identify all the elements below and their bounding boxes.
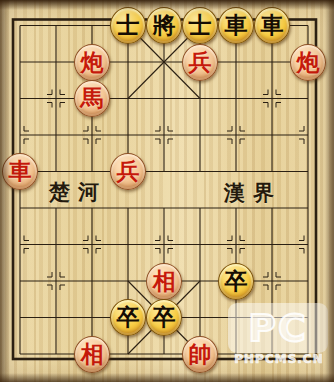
board-point: 卒 (218, 263, 254, 300)
red-general[interactable]: 帥 (182, 336, 218, 373)
red-chariot[interactable]: 車 (2, 153, 38, 190)
red-horse[interactable]: 馬 (74, 80, 110, 117)
black-soldier[interactable]: 卒 (110, 299, 146, 336)
black-chariot[interactable]: 車 (218, 7, 254, 44)
board-point: 帥 (182, 336, 218, 373)
board-point: 卒 (110, 299, 146, 336)
board-point: 卒 (146, 299, 182, 336)
pieces-layer: 士將士車車炮兵炮馬車兵相卒卒卒相帥 (2, 7, 326, 372)
black-soldier[interactable]: 卒 (218, 263, 254, 300)
red-soldier[interactable]: 兵 (110, 153, 146, 190)
board-point: 兵 (110, 153, 146, 190)
board-point: 兵 (182, 44, 218, 81)
board-point: 車 (2, 153, 38, 190)
board-point: 炮 (290, 44, 326, 81)
board-point: 車 (218, 7, 254, 44)
red-cannon[interactable]: 炮 (290, 44, 326, 81)
board-point: 相 (146, 263, 182, 300)
board-point: 士 (110, 7, 146, 44)
black-soldier[interactable]: 卒 (146, 299, 182, 336)
red-cannon[interactable]: 炮 (74, 44, 110, 81)
board-point: 士 (182, 7, 218, 44)
xiangqi-board: 楚河 漢界 士將士車車炮兵炮馬車兵相卒卒卒相帥 PC PHPCMS.CN (0, 0, 334, 382)
black-advisor[interactable]: 士 (110, 7, 146, 44)
board-point: 車 (254, 7, 290, 44)
red-soldier[interactable]: 兵 (182, 44, 218, 81)
red-elephant[interactable]: 相 (146, 263, 182, 300)
board-point: 馬 (74, 80, 110, 117)
red-elephant[interactable]: 相 (74, 336, 110, 373)
black-general[interactable]: 將 (146, 7, 182, 44)
black-chariot[interactable]: 車 (254, 7, 290, 44)
black-advisor[interactable]: 士 (182, 7, 218, 44)
board-point: 將 (146, 7, 182, 44)
board-point: 炮 (74, 44, 110, 81)
board-point: 相 (74, 336, 110, 373)
